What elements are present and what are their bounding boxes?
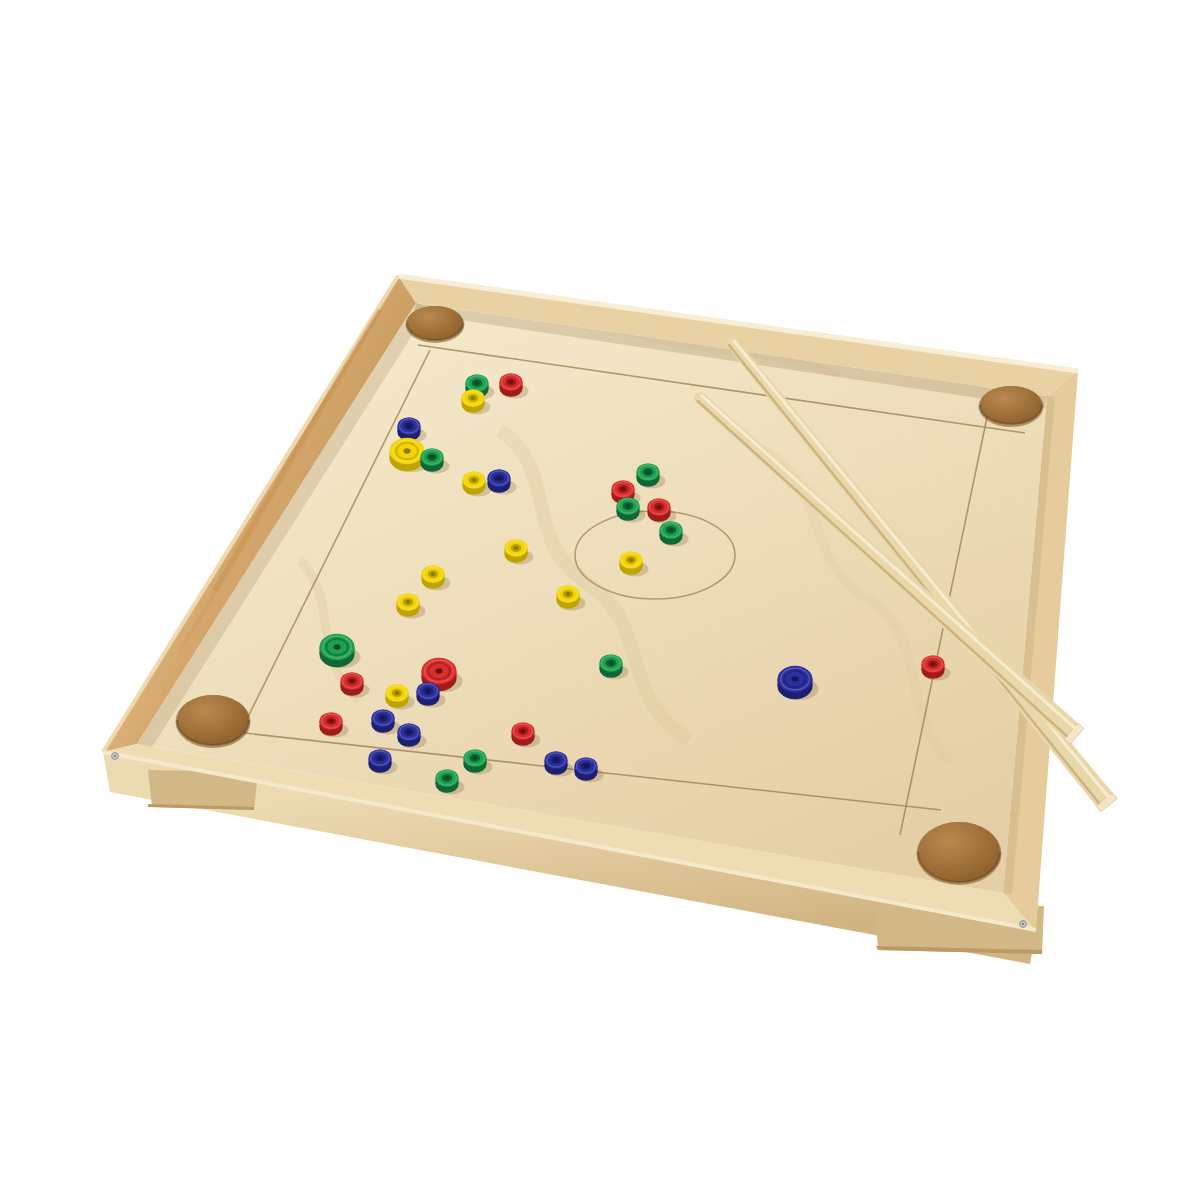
piece-center-hole: [620, 487, 625, 491]
screw-1-slot: [114, 755, 116, 757]
piece-center-hole: [444, 776, 449, 780]
pocket-bottom-right: [917, 822, 1002, 885]
piece-center-hole: [565, 592, 570, 596]
board-photo-stage: [0, 0, 1200, 1200]
piece-center-hole: [792, 676, 799, 681]
piece-center-hole: [334, 644, 341, 649]
piece-center-hole: [656, 505, 661, 509]
piece-center-hole: [668, 528, 673, 532]
piece-center-hole: [520, 729, 525, 733]
pocket-top-right: [979, 386, 1044, 427]
piece-center-hole: [406, 730, 411, 734]
pocket-left: [176, 695, 251, 748]
couronne-board: [0, 0, 1200, 1200]
piece-center-hole: [474, 381, 479, 385]
piece-center-hole: [628, 558, 633, 562]
piece-center-hole: [625, 504, 630, 508]
piece-center-hole: [430, 572, 435, 576]
piece-center-hole: [583, 764, 588, 768]
piece-center-hole: [406, 424, 411, 428]
piece-center-hole: [645, 470, 650, 474]
piece-center-hole: [429, 455, 434, 459]
piece-center-hole: [349, 679, 354, 683]
piece-center-hole: [328, 719, 333, 723]
piece-center-hole: [470, 396, 475, 400]
piece-center-hole: [553, 758, 558, 762]
piece-center-hole: [436, 668, 443, 673]
piece-center-hole: [930, 662, 935, 666]
piece-center-hole: [472, 756, 477, 760]
piece-center-hole: [508, 380, 513, 384]
screw-2-slot: [1022, 923, 1024, 925]
piece-center-hole: [496, 476, 501, 480]
piece-center-hole: [471, 478, 476, 482]
piece-center-hole: [380, 716, 385, 720]
pocket-top-left: [406, 306, 465, 343]
piece-center-hole: [394, 691, 399, 695]
piece-center-hole: [513, 546, 518, 550]
piece-center-hole: [404, 448, 411, 453]
piece-center-hole: [608, 661, 613, 665]
piece-center-hole: [405, 600, 410, 604]
piece-center-hole: [377, 756, 382, 760]
piece-center-hole: [425, 689, 430, 693]
